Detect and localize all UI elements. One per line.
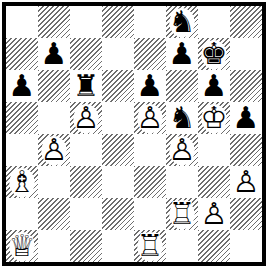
square-g1[interactable] (198, 230, 230, 262)
diagram-canvas: ♞♟♟♚♟♜♟♟♙♙♞♔♟♙♙♗♙♖♙♕♖ (0, 0, 275, 266)
square-g5[interactable]: ♔ (198, 102, 230, 134)
white-rook-icon: ♖ (134, 230, 166, 262)
square-a2[interactable] (6, 198, 38, 230)
black-knight-icon: ♞ (166, 102, 198, 134)
square-d6[interactable] (102, 70, 134, 102)
white-pawn-icon: ♙ (198, 198, 230, 230)
square-e6[interactable]: ♟ (134, 70, 166, 102)
square-a7[interactable] (6, 38, 38, 70)
white-king-icon: ♔ (198, 102, 230, 134)
square-d5[interactable] (102, 102, 134, 134)
square-c4[interactable] (70, 134, 102, 166)
white-queen-icon: ♕ (6, 230, 38, 262)
square-c7[interactable] (70, 38, 102, 70)
square-f2[interactable]: ♖ (166, 198, 198, 230)
square-d3[interactable] (102, 166, 134, 198)
square-g3[interactable] (198, 166, 230, 198)
square-a3[interactable]: ♗ (6, 166, 38, 198)
square-c1[interactable] (70, 230, 102, 262)
square-b5[interactable] (38, 102, 70, 134)
square-f3[interactable] (166, 166, 198, 198)
white-pawn-icon: ♙ (134, 102, 166, 134)
square-h7[interactable] (230, 38, 262, 70)
black-knight-icon: ♞ (166, 6, 198, 38)
square-f8[interactable]: ♞ (166, 6, 198, 38)
square-e1[interactable]: ♖ (134, 230, 166, 262)
square-a6[interactable]: ♟ (6, 70, 38, 102)
square-f5[interactable]: ♞ (166, 102, 198, 134)
square-c2[interactable] (70, 198, 102, 230)
square-b1[interactable] (38, 230, 70, 262)
square-d4[interactable] (102, 134, 134, 166)
white-rook-icon: ♖ (166, 198, 198, 230)
square-f4[interactable]: ♙ (166, 134, 198, 166)
black-pawn-icon: ♟ (198, 70, 230, 102)
white-pawn-icon: ♙ (38, 134, 70, 166)
square-b3[interactable] (38, 166, 70, 198)
square-a8[interactable] (6, 6, 38, 38)
black-pawn-icon: ♟ (38, 38, 70, 70)
black-rook-icon: ♜ (70, 70, 102, 102)
square-d7[interactable] (102, 38, 134, 70)
square-b7[interactable]: ♟ (38, 38, 70, 70)
square-f1[interactable] (166, 230, 198, 262)
square-b4[interactable]: ♙ (38, 134, 70, 166)
white-pawn-icon: ♙ (166, 134, 198, 166)
square-c6[interactable]: ♜ (70, 70, 102, 102)
square-a5[interactable] (6, 102, 38, 134)
square-e3[interactable] (134, 166, 166, 198)
chess-board: ♞♟♟♚♟♜♟♟♙♙♞♔♟♙♙♗♙♖♙♕♖ (2, 2, 266, 266)
square-c5[interactable]: ♙ (70, 102, 102, 134)
square-c3[interactable] (70, 166, 102, 198)
black-king-icon: ♚ (198, 38, 230, 70)
square-b8[interactable] (38, 6, 70, 38)
square-g4[interactable] (198, 134, 230, 166)
square-b2[interactable] (38, 198, 70, 230)
black-pawn-icon: ♟ (6, 70, 38, 102)
square-h8[interactable] (230, 6, 262, 38)
square-g7[interactable]: ♚ (198, 38, 230, 70)
square-h4[interactable] (230, 134, 262, 166)
square-e8[interactable] (134, 6, 166, 38)
square-h6[interactable] (230, 70, 262, 102)
square-d8[interactable] (102, 6, 134, 38)
square-b6[interactable] (38, 70, 70, 102)
square-h3[interactable]: ♙ (230, 166, 262, 198)
square-a1[interactable]: ♕ (6, 230, 38, 262)
square-g6[interactable]: ♟ (198, 70, 230, 102)
square-c8[interactable] (70, 6, 102, 38)
square-d2[interactable] (102, 198, 134, 230)
square-e7[interactable] (134, 38, 166, 70)
square-e4[interactable] (134, 134, 166, 166)
black-pawn-icon: ♟ (166, 38, 198, 70)
square-a4[interactable] (6, 134, 38, 166)
square-f7[interactable]: ♟ (166, 38, 198, 70)
square-h2[interactable] (230, 198, 262, 230)
square-h5[interactable]: ♟ (230, 102, 262, 134)
square-h1[interactable] (230, 230, 262, 262)
square-f6[interactable] (166, 70, 198, 102)
square-g8[interactable] (198, 6, 230, 38)
black-pawn-icon: ♟ (134, 70, 166, 102)
square-e2[interactable] (134, 198, 166, 230)
square-d1[interactable] (102, 230, 134, 262)
white-pawn-icon: ♙ (230, 166, 262, 198)
square-e5[interactable]: ♙ (134, 102, 166, 134)
white-bishop-icon: ♗ (6, 166, 38, 198)
white-pawn-icon: ♙ (70, 102, 102, 134)
square-g2[interactable]: ♙ (198, 198, 230, 230)
black-pawn-icon: ♟ (230, 102, 262, 134)
